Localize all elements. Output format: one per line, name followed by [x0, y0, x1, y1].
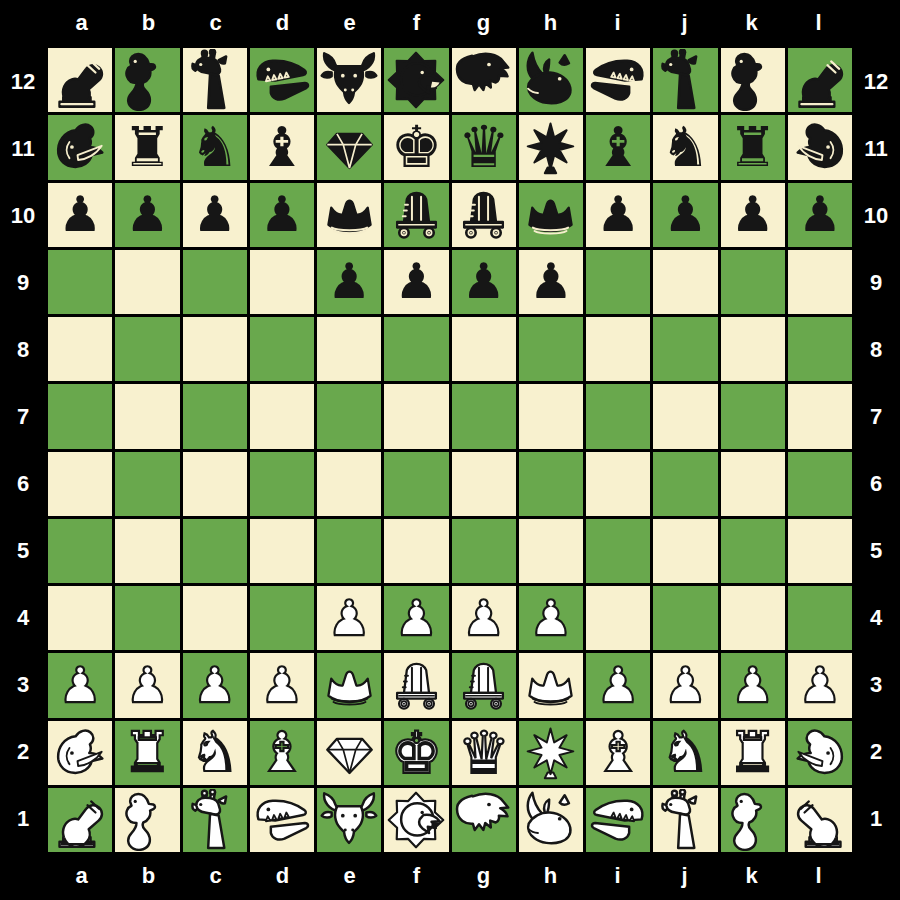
piece-black-knight[interactable]: ♞: [190, 120, 239, 175]
square-k11[interactable]: ♜: [721, 115, 785, 179]
square-e10[interactable]: [317, 183, 381, 247]
file-label: k: [718, 853, 785, 899]
square-i6[interactable]: [586, 452, 650, 516]
square-g3[interactable]: [452, 653, 516, 717]
piece-white-elephant[interactable]: [789, 722, 851, 784]
square-k3[interactable]: ♟: [721, 653, 785, 717]
square-c1[interactable]: [183, 788, 247, 852]
piece-white-knight[interactable]: ♞: [661, 725, 710, 780]
square-e7[interactable]: [317, 384, 381, 448]
square-l2[interactable]: [788, 721, 852, 785]
square-g12[interactable]: [452, 48, 516, 112]
piece-black-giraffe[interactable]: [654, 49, 716, 111]
square-c5[interactable]: [183, 519, 247, 583]
file-label: f: [383, 853, 450, 899]
square-i3[interactable]: ♟: [586, 653, 650, 717]
rank-label: 2: [853, 718, 899, 785]
square-h8[interactable]: [519, 317, 583, 381]
square-g9[interactable]: ♟: [452, 250, 516, 314]
rank-label: 9: [0, 249, 46, 316]
square-f8[interactable]: [384, 317, 448, 381]
piece-white-pawn[interactable]: ♟: [260, 661, 304, 710]
square-j7[interactable]: [653, 384, 717, 448]
square-e8[interactable]: [317, 317, 381, 381]
square-a8[interactable]: [48, 317, 112, 381]
square-h10[interactable]: [519, 183, 583, 247]
square-l12[interactable]: [788, 48, 852, 112]
square-a7[interactable]: [48, 384, 112, 448]
file-label: g: [450, 0, 517, 46]
square-k4[interactable]: [721, 586, 785, 650]
square-i1[interactable]: [586, 788, 650, 852]
square-f4[interactable]: ♟: [384, 586, 448, 650]
square-f1[interactable]: [384, 788, 448, 852]
piece-white-pawn[interactable]: ♟: [663, 661, 707, 710]
rank-label: 4: [853, 584, 899, 651]
square-h12[interactable]: [519, 48, 583, 112]
square-f3[interactable]: [384, 653, 448, 717]
piece-black-chariot[interactable]: [388, 186, 445, 243]
piece-black-pawn[interactable]: ♟: [193, 190, 237, 239]
square-d7[interactable]: [250, 384, 314, 448]
piece-white-pawn[interactable]: ♟: [731, 661, 775, 710]
piece-black-bishop[interactable]: ♝: [593, 120, 642, 175]
square-f11[interactable]: ♚: [384, 115, 448, 179]
square-l7[interactable]: [788, 384, 852, 448]
square-e12[interactable]: [317, 48, 381, 112]
file-label: j: [651, 0, 718, 46]
file-label: k: [718, 0, 785, 46]
piece-white-pawn[interactable]: ♟: [394, 594, 438, 643]
square-b1[interactable]: [115, 788, 179, 852]
square-j2[interactable]: ♞: [653, 721, 717, 785]
file-label: i: [584, 853, 651, 899]
piece-black-pawn[interactable]: ♟: [529, 257, 573, 306]
piece-white-crocodile[interactable]: [251, 789, 313, 851]
square-c7[interactable]: [183, 384, 247, 448]
piece-black-pawn[interactable]: ♟: [462, 257, 506, 306]
piece-white-pawn[interactable]: ♟: [529, 594, 573, 643]
square-b9[interactable]: [115, 250, 179, 314]
square-c4[interactable]: [183, 586, 247, 650]
square-j12[interactable]: [653, 48, 717, 112]
square-g10[interactable]: [452, 183, 516, 247]
square-f7[interactable]: [384, 384, 448, 448]
square-i10[interactable]: ♟: [586, 183, 650, 247]
piece-black-camel[interactable]: [722, 49, 784, 111]
square-b5[interactable]: [115, 519, 179, 583]
piece-white-queen[interactable]: ♛: [458, 724, 510, 782]
square-a4[interactable]: [48, 586, 112, 650]
square-l9[interactable]: [788, 250, 852, 314]
piece-white-chariot[interactable]: [388, 657, 445, 714]
square-i7[interactable]: [586, 384, 650, 448]
piece-white-knight[interactable]: ♞: [190, 725, 239, 780]
square-f9[interactable]: ♟: [384, 250, 448, 314]
square-i9[interactable]: [586, 250, 650, 314]
square-h9[interactable]: ♟: [519, 250, 583, 314]
file-label: h: [517, 0, 584, 46]
piece-black-star[interactable]: [522, 119, 579, 176]
rank-label: 8: [853, 316, 899, 383]
square-j9[interactable]: [653, 250, 717, 314]
rank-label: 8: [0, 316, 46, 383]
piece-black-lion[interactable]: [385, 49, 447, 111]
square-j11[interactable]: ♞: [653, 115, 717, 179]
piece-black-pawn[interactable]: ♟: [663, 190, 707, 239]
file-label: l: [785, 853, 852, 899]
file-label: d: [249, 853, 316, 899]
piece-white-crocodile[interactable]: [587, 789, 649, 851]
square-h7[interactable]: [519, 384, 583, 448]
file-label: b: [115, 0, 182, 46]
square-g6[interactable]: [452, 452, 516, 516]
file-label: h: [517, 853, 584, 899]
piece-white-pawn[interactable]: ♟: [193, 661, 237, 710]
square-c9[interactable]: [183, 250, 247, 314]
square-d12[interactable]: [250, 48, 314, 112]
square-c2[interactable]: ♞: [183, 721, 247, 785]
file-label: a: [48, 853, 115, 899]
board-frame: abcdefghijkl abcdefghijkl 12111098765432…: [0, 0, 900, 900]
piece-black-pawn[interactable]: ♟: [58, 190, 102, 239]
square-g4[interactable]: ♟: [452, 586, 516, 650]
square-d8[interactable]: [250, 317, 314, 381]
piece-black-pawn[interactable]: ♟: [731, 190, 775, 239]
square-d6[interactable]: [250, 452, 314, 516]
piece-black-knight[interactable]: ♞: [661, 120, 710, 175]
square-b8[interactable]: [115, 317, 179, 381]
square-k10[interactable]: ♟: [721, 183, 785, 247]
square-e3[interactable]: [317, 653, 381, 717]
rank-labels-left: 121110987654321: [0, 48, 46, 852]
square-j10[interactable]: ♟: [653, 183, 717, 247]
piece-white-chariot[interactable]: [455, 657, 512, 714]
rank-label: 2: [0, 718, 46, 785]
square-i4[interactable]: [586, 586, 650, 650]
piece-black-pawn[interactable]: ♟: [125, 190, 169, 239]
square-i11[interactable]: ♝: [586, 115, 650, 179]
square-c12[interactable]: [183, 48, 247, 112]
piece-black-bull[interactable]: [318, 49, 380, 111]
square-f5[interactable]: [384, 519, 448, 583]
rank-label: 6: [0, 450, 46, 517]
piece-black-pawn[interactable]: ♟: [798, 190, 842, 239]
piece-white-rook[interactable]: ♜: [728, 725, 777, 780]
square-b3[interactable]: ♟: [115, 653, 179, 717]
square-f2[interactable]: ♚: [384, 721, 448, 785]
piece-white-giraffe[interactable]: [184, 789, 246, 851]
square-k2[interactable]: ♜: [721, 721, 785, 785]
square-g7[interactable]: [452, 384, 516, 448]
square-c8[interactable]: [183, 317, 247, 381]
piece-white-lion[interactable]: [385, 789, 447, 851]
square-k1[interactable]: [721, 788, 785, 852]
rank-label: 3: [853, 651, 899, 718]
square-e2[interactable]: [317, 721, 381, 785]
file-labels-top: abcdefghijkl: [48, 0, 852, 46]
piece-black-gem[interactable]: [321, 119, 378, 176]
square-l1[interactable]: [788, 788, 852, 852]
square-h11[interactable]: [519, 115, 583, 179]
square-h5[interactable]: [519, 519, 583, 583]
piece-black-pawn[interactable]: ♟: [327, 257, 371, 306]
piece-white-crown[interactable]: [522, 657, 579, 714]
piece-white-camel[interactable]: [722, 789, 784, 851]
piece-black-cannon[interactable]: [789, 49, 851, 111]
file-label: g: [450, 853, 517, 899]
piece-white-giraffe[interactable]: [654, 789, 716, 851]
square-j1[interactable]: [653, 788, 717, 852]
square-k5[interactable]: [721, 519, 785, 583]
piece-black-chariot[interactable]: [455, 186, 512, 243]
piece-white-king[interactable]: ♚: [390, 724, 442, 782]
square-j8[interactable]: [653, 317, 717, 381]
rank-label: 10: [0, 182, 46, 249]
square-d5[interactable]: [250, 519, 314, 583]
file-label: a: [48, 0, 115, 46]
rank-label: 6: [853, 450, 899, 517]
square-c3[interactable]: ♟: [183, 653, 247, 717]
square-f12[interactable]: [384, 48, 448, 112]
square-h1[interactable]: [519, 788, 583, 852]
piece-white-gem[interactable]: [321, 724, 378, 781]
piece-white-elephant[interactable]: [49, 722, 111, 784]
piece-black-elephant[interactable]: [49, 116, 111, 178]
square-j4[interactable]: [653, 586, 717, 650]
square-c6[interactable]: [183, 452, 247, 516]
square-b7[interactable]: [115, 384, 179, 448]
file-label: i: [584, 0, 651, 46]
square-i5[interactable]: [586, 519, 650, 583]
file-label: j: [651, 853, 718, 899]
square-h6[interactable]: [519, 452, 583, 516]
piece-white-pawn[interactable]: ♟: [798, 661, 842, 710]
square-f6[interactable]: [384, 452, 448, 516]
square-k7[interactable]: [721, 384, 785, 448]
piece-white-rhino[interactable]: [520, 789, 582, 851]
piece-black-crocodile[interactable]: [587, 49, 649, 111]
piece-white-eagle[interactable]: [453, 789, 515, 851]
piece-black-bishop[interactable]: ♝: [257, 120, 306, 175]
square-a2[interactable]: [48, 721, 112, 785]
square-e6[interactable]: [317, 452, 381, 516]
square-b11[interactable]: ♜: [115, 115, 179, 179]
file-label: b: [115, 853, 182, 899]
file-label: c: [182, 853, 249, 899]
square-a10[interactable]: ♟: [48, 183, 112, 247]
square-e5[interactable]: [317, 519, 381, 583]
piece-black-crocodile[interactable]: [251, 49, 313, 111]
square-g8[interactable]: [452, 317, 516, 381]
piece-white-pawn[interactable]: ♟: [462, 594, 506, 643]
square-b2[interactable]: ♜: [115, 721, 179, 785]
piece-white-rook[interactable]: ♜: [123, 725, 172, 780]
square-h4[interactable]: ♟: [519, 586, 583, 650]
square-k8[interactable]: [721, 317, 785, 381]
rank-labels-right: 121110987654321: [853, 48, 899, 852]
square-k12[interactable]: [721, 48, 785, 112]
square-j6[interactable]: [653, 452, 717, 516]
square-e9[interactable]: ♟: [317, 250, 381, 314]
square-b12[interactable]: [115, 48, 179, 112]
piece-white-cannon[interactable]: [49, 789, 111, 851]
rank-label: 12: [0, 48, 46, 115]
piece-white-star[interactable]: [522, 724, 579, 781]
file-label: e: [316, 853, 383, 899]
rank-label: 9: [853, 249, 899, 316]
piece-white-pawn[interactable]: ♟: [596, 661, 640, 710]
piece-white-bull[interactable]: [318, 789, 380, 851]
square-h3[interactable]: [519, 653, 583, 717]
square-l10[interactable]: ♟: [788, 183, 852, 247]
file-label: l: [785, 0, 852, 46]
square-c11[interactable]: ♞: [183, 115, 247, 179]
square-b4[interactable]: [115, 586, 179, 650]
piece-white-pawn[interactable]: ♟: [125, 661, 169, 710]
piece-white-bishop[interactable]: ♝: [257, 725, 306, 780]
rank-label: 11: [853, 115, 899, 182]
square-l3[interactable]: ♟: [788, 653, 852, 717]
square-i12[interactable]: [586, 48, 650, 112]
square-d2[interactable]: ♝: [250, 721, 314, 785]
square-a5[interactable]: [48, 519, 112, 583]
square-a6[interactable]: [48, 452, 112, 516]
piece-black-king[interactable]: ♚: [390, 118, 442, 176]
square-a9[interactable]: [48, 250, 112, 314]
rank-label: 10: [853, 182, 899, 249]
rank-label: 1: [0, 785, 46, 852]
rank-label: 7: [0, 383, 46, 450]
file-label: c: [182, 0, 249, 46]
piece-black-rhino[interactable]: [520, 49, 582, 111]
rank-label: 3: [0, 651, 46, 718]
square-e1[interactable]: [317, 788, 381, 852]
piece-white-camel[interactable]: [116, 789, 178, 851]
piece-white-pawn[interactable]: ♟: [58, 661, 102, 710]
piece-black-pawn[interactable]: ♟: [596, 190, 640, 239]
piece-black-crown[interactable]: [522, 186, 579, 243]
square-i8[interactable]: [586, 317, 650, 381]
square-d1[interactable]: [250, 788, 314, 852]
piece-black-rook[interactable]: ♜: [123, 120, 172, 175]
square-g5[interactable]: [452, 519, 516, 583]
square-g2[interactable]: ♛: [452, 721, 516, 785]
square-d4[interactable]: [250, 586, 314, 650]
piece-black-eagle[interactable]: [453, 49, 515, 111]
piece-black-crown[interactable]: [321, 186, 378, 243]
rank-label: 7: [853, 383, 899, 450]
piece-black-pawn[interactable]: ♟: [394, 257, 438, 306]
rank-label: 5: [853, 517, 899, 584]
square-c10[interactable]: ♟: [183, 183, 247, 247]
file-labels-bottom: abcdefghijkl: [48, 853, 852, 899]
chess-board: ♜♞♝♚♛♝♞♜♟♟♟♟♟♟♟♟♟♟♟♟♟♟♟♟♟♟♟♟♟♟♟♟♜♞♝♚♛♝♞♜: [48, 48, 852, 852]
square-l6[interactable]: [788, 452, 852, 516]
rank-label: 11: [0, 115, 46, 182]
piece-black-cannon[interactable]: [49, 49, 111, 111]
piece-white-cannon[interactable]: [789, 789, 851, 851]
piece-black-elephant[interactable]: [789, 116, 851, 178]
square-e4[interactable]: ♟: [317, 586, 381, 650]
square-e11[interactable]: [317, 115, 381, 179]
square-a11[interactable]: [48, 115, 112, 179]
square-i2[interactable]: ♝: [586, 721, 650, 785]
file-label: d: [249, 0, 316, 46]
square-j3[interactable]: ♟: [653, 653, 717, 717]
rank-label: 4: [0, 584, 46, 651]
square-j5[interactable]: [653, 519, 717, 583]
square-f10[interactable]: [384, 183, 448, 247]
piece-white-bishop[interactable]: ♝: [593, 725, 642, 780]
piece-black-camel[interactable]: [116, 49, 178, 111]
piece-black-rook[interactable]: ♜: [728, 120, 777, 175]
file-label: e: [316, 0, 383, 46]
square-d3[interactable]: ♟: [250, 653, 314, 717]
square-a3[interactable]: ♟: [48, 653, 112, 717]
square-h2[interactable]: [519, 721, 583, 785]
square-b6[interactable]: [115, 452, 179, 516]
square-k6[interactable]: [721, 452, 785, 516]
square-a12[interactable]: [48, 48, 112, 112]
square-l4[interactable]: [788, 586, 852, 650]
square-d11[interactable]: ♝: [250, 115, 314, 179]
square-l8[interactable]: [788, 317, 852, 381]
square-b10[interactable]: ♟: [115, 183, 179, 247]
piece-black-giraffe[interactable]: [184, 49, 246, 111]
piece-black-pawn[interactable]: ♟: [260, 190, 304, 239]
square-d9[interactable]: [250, 250, 314, 314]
square-l5[interactable]: [788, 519, 852, 583]
square-k9[interactable]: [721, 250, 785, 314]
piece-black-queen[interactable]: ♛: [458, 118, 510, 176]
rank-label: 12: [853, 48, 899, 115]
piece-white-crown[interactable]: [321, 657, 378, 714]
square-d10[interactable]: ♟: [250, 183, 314, 247]
rank-label: 1: [853, 785, 899, 852]
piece-white-pawn[interactable]: ♟: [327, 594, 371, 643]
square-l11[interactable]: [788, 115, 852, 179]
file-label: f: [383, 0, 450, 46]
square-g1[interactable]: [452, 788, 516, 852]
rank-label: 5: [0, 517, 46, 584]
square-a1[interactable]: [48, 788, 112, 852]
square-g11[interactable]: ♛: [452, 115, 516, 179]
